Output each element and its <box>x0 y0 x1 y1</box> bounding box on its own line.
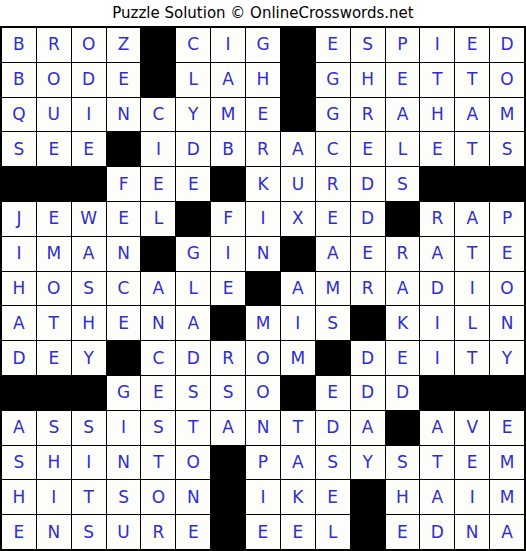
grid-cell-r12c5: S <box>141 411 175 445</box>
grid-cell-r1c3: O <box>72 28 106 62</box>
grid-cell-r1c8: G <box>246 28 280 62</box>
grid-cell-r2c4: E <box>107 63 141 97</box>
grid-cell-r7c4: N <box>107 237 141 271</box>
black-cell-r7c5 <box>141 237 175 271</box>
grid-cell-r8c11: R <box>351 272 385 306</box>
grid-cell-r9c4: E <box>107 306 141 340</box>
grid-cell-r8c10: M <box>316 272 350 306</box>
grid-cell-r10c12: E <box>386 341 420 375</box>
grid-cell-r10c13: I <box>420 341 454 375</box>
grid-cell-r4c14: T <box>455 132 489 166</box>
puzzle-solution-page: Puzzle Solution © OnlineCrosswords.net B… <box>0 0 526 551</box>
grid-cell-r3c3: I <box>72 98 106 132</box>
black-cell-r2c5 <box>141 63 175 97</box>
grid-cell-r9c15: N <box>490 306 524 340</box>
grid-cell-r12c10: D <box>316 411 350 445</box>
grid-cell-r3c10: G <box>316 98 350 132</box>
page-title: Puzzle Solution © OnlineCrosswords.net <box>0 0 526 26</box>
grid-cell-r14c6: N <box>176 480 210 514</box>
black-cell-r11c3 <box>72 376 106 410</box>
grid-cell-r4c8: R <box>246 132 280 166</box>
grid-cell-r9c5: N <box>141 306 175 340</box>
grid-cell-r12c14: V <box>455 411 489 445</box>
black-cell-r6c12 <box>386 202 420 236</box>
grid-cell-r4c3: E <box>72 132 106 166</box>
grid-cell-r6c2: E <box>37 202 71 236</box>
grid-cell-r11c11: D <box>351 376 385 410</box>
grid-cell-r7c7: I <box>211 237 245 271</box>
grid-cell-r12c15: E <box>490 411 524 445</box>
grid-cell-r9c6: A <box>176 306 210 340</box>
grid-cell-r2c12: E <box>386 63 420 97</box>
grid-cell-r15c15: A <box>490 515 524 549</box>
grid-cell-r11c12: D <box>386 376 420 410</box>
grid-cell-r7c1: I <box>2 237 36 271</box>
grid-cell-r10c15: Y <box>490 341 524 375</box>
grid-cell-r2c8: H <box>246 63 280 97</box>
grid-cell-r10c7: R <box>211 341 245 375</box>
grid-cell-r13c1: S <box>2 446 36 480</box>
black-cell-r11c13 <box>420 376 454 410</box>
grid-cell-r3c7: M <box>211 98 245 132</box>
grid-cell-r10c11: D <box>351 341 385 375</box>
grid-cell-r6c8: I <box>246 202 280 236</box>
grid-cell-r7c13: A <box>420 237 454 271</box>
grid-cell-r12c3: S <box>72 411 106 445</box>
grid-cell-r8c13: D <box>420 272 454 306</box>
grid-cell-r1c2: R <box>37 28 71 62</box>
grid-cell-r8c1: H <box>2 272 36 306</box>
grid-cell-r14c14: I <box>455 480 489 514</box>
grid-cell-r11c5: E <box>141 376 175 410</box>
grid-cell-r5c10: R <box>316 167 350 201</box>
black-cell-r7c9 <box>281 237 315 271</box>
grid-cell-r14c15: M <box>490 480 524 514</box>
grid-cell-r5c8: K <box>246 167 280 201</box>
grid-cell-r7c8: N <box>246 237 280 271</box>
black-cell-r3c9 <box>281 98 315 132</box>
black-cell-r10c4 <box>107 341 141 375</box>
grid-cell-r2c1: B <box>2 63 36 97</box>
grid-cell-r1c7: I <box>211 28 245 62</box>
grid-cell-r3c8: E <box>246 98 280 132</box>
grid-cell-r4c12: L <box>386 132 420 166</box>
grid-cell-r2c3: D <box>72 63 106 97</box>
grid-cell-r6c15: P <box>490 202 524 236</box>
grid-cell-r4c6: D <box>176 132 210 166</box>
grid-cell-r1c4: Z <box>107 28 141 62</box>
grid-cell-r8c5: A <box>141 272 175 306</box>
grid-cell-r7c10: A <box>316 237 350 271</box>
grid-cell-r13c5: T <box>141 446 175 480</box>
grid-cell-r8c12: A <box>386 272 420 306</box>
grid-cell-r14c2: I <box>37 480 71 514</box>
grid-cell-r3c13: H <box>420 98 454 132</box>
grid-cell-r13c9: A <box>281 446 315 480</box>
grid-cell-r8c4: C <box>107 272 141 306</box>
grid-cell-r8c6: L <box>176 272 210 306</box>
grid-cell-r9c9: I <box>281 306 315 340</box>
grid-cell-r15c3: S <box>72 515 106 549</box>
grid-cell-r1c10: E <box>316 28 350 62</box>
grid-cell-r15c5: R <box>141 515 175 549</box>
grid-cell-r2c2: O <box>37 63 71 97</box>
grid-cell-r15c9: E <box>281 515 315 549</box>
black-cell-r11c9 <box>281 376 315 410</box>
grid-cell-r13c4: N <box>107 446 141 480</box>
grid-cell-r15c1: E <box>2 515 36 549</box>
black-cell-r15c7 <box>211 515 245 549</box>
grid-cell-r11c6: S <box>176 376 210 410</box>
grid-cell-r12c6: T <box>176 411 210 445</box>
grid-cell-r11c10: E <box>316 376 350 410</box>
grid-cell-r13c3: I <box>72 446 106 480</box>
grid-cell-r1c14: E <box>455 28 489 62</box>
grid-cell-r3c12: A <box>386 98 420 132</box>
grid-cell-r15c4: U <box>107 515 141 549</box>
black-cell-r9c11 <box>351 306 385 340</box>
grid-cell-r14c13: A <box>420 480 454 514</box>
grid-cell-r3c4: N <box>107 98 141 132</box>
grid-cell-r1c13: I <box>420 28 454 62</box>
black-cell-r13c7 <box>211 446 245 480</box>
grid-cell-r12c2: S <box>37 411 71 445</box>
grid-cell-r2c6: L <box>176 63 210 97</box>
grid-cell-r11c4: G <box>107 376 141 410</box>
grid-cell-r15c6: E <box>176 515 210 549</box>
grid-cell-r6c11: D <box>351 202 385 236</box>
grid-cell-r7c3: A <box>72 237 106 271</box>
grid-cell-r4c10: C <box>316 132 350 166</box>
grid-cell-r12c9: T <box>281 411 315 445</box>
black-cell-r14c7 <box>211 480 245 514</box>
grid-cell-r4c9: A <box>281 132 315 166</box>
grid-cell-r10c1: D <box>2 341 36 375</box>
grid-cell-r2c13: T <box>420 63 454 97</box>
grid-cell-r1c11: S <box>351 28 385 62</box>
grid-cell-r6c4: E <box>107 202 141 236</box>
grid-cell-r4c11: E <box>351 132 385 166</box>
grid-cell-r14c4: S <box>107 480 141 514</box>
grid-cell-r13c8: P <box>246 446 280 480</box>
grid-cell-r14c5: O <box>141 480 175 514</box>
grid-cell-r1c6: C <box>176 28 210 62</box>
black-cell-r5c13 <box>420 167 454 201</box>
grid-cell-r12c4: I <box>107 411 141 445</box>
grid-cell-r9c8: M <box>246 306 280 340</box>
black-cell-r5c2 <box>37 167 71 201</box>
grid-cell-r12c11: A <box>351 411 385 445</box>
grid-cell-r10c14: T <box>455 341 489 375</box>
grid-cell-r7c12: R <box>386 237 420 271</box>
black-cell-r11c2 <box>37 376 71 410</box>
grid-cell-r12c1: A <box>2 411 36 445</box>
grid-cell-r10c3: Y <box>72 341 106 375</box>
grid-cell-r4c13: E <box>420 132 454 166</box>
black-cell-r11c15 <box>490 376 524 410</box>
grid-cell-r5c12: S <box>386 167 420 201</box>
grid-cell-r7c6: G <box>176 237 210 271</box>
grid-cell-r6c5: L <box>141 202 175 236</box>
black-cell-r9c7 <box>211 306 245 340</box>
grid-cell-r13c14: E <box>455 446 489 480</box>
grid-cell-r5c6: E <box>176 167 210 201</box>
grid-cell-r10c6: D <box>176 341 210 375</box>
grid-cell-r7c14: T <box>455 237 489 271</box>
grid-cell-r6c14: A <box>455 202 489 236</box>
grid-cell-r2c11: H <box>351 63 385 97</box>
grid-cell-r9c1: A <box>2 306 36 340</box>
grid-cell-r13c2: H <box>37 446 71 480</box>
grid-cell-r7c15: E <box>490 237 524 271</box>
black-cell-r14c11 <box>351 480 385 514</box>
grid-cell-r15c14: N <box>455 515 489 549</box>
grid-cell-r4c7: B <box>211 132 245 166</box>
black-cell-r10c10 <box>316 341 350 375</box>
grid-cell-r13c15: M <box>490 446 524 480</box>
grid-cell-r6c3: W <box>72 202 106 236</box>
grid-cell-r6c9: X <box>281 202 315 236</box>
grid-cell-r14c1: H <box>2 480 36 514</box>
grid-cell-r8c2: O <box>37 272 71 306</box>
grid-cell-r15c13: D <box>420 515 454 549</box>
grid-cell-r15c10: L <box>316 515 350 549</box>
grid-cell-r6c7: F <box>211 202 245 236</box>
grid-cell-r14c10: E <box>316 480 350 514</box>
black-cell-r5c7 <box>211 167 245 201</box>
grid-cell-r6c13: R <box>420 202 454 236</box>
grid-cell-r15c8: E <box>246 515 280 549</box>
black-cell-r11c14 <box>455 376 489 410</box>
grid-cell-r5c5: E <box>141 167 175 201</box>
black-cell-r12c12 <box>386 411 420 445</box>
grid-cell-r3c11: R <box>351 98 385 132</box>
grid-cell-r9c12: K <box>386 306 420 340</box>
grid-cell-r8c3: S <box>72 272 106 306</box>
grid-cell-r1c15: D <box>490 28 524 62</box>
grid-cell-r2c10: G <box>316 63 350 97</box>
black-cell-r6c6 <box>176 202 210 236</box>
grid-cell-r11c7: S <box>211 376 245 410</box>
grid-cell-r15c12: E <box>386 515 420 549</box>
grid-cell-r9c10: S <box>316 306 350 340</box>
grid-cell-r11c8: O <box>246 376 280 410</box>
grid-cell-r13c10: S <box>316 446 350 480</box>
black-cell-r5c14 <box>455 167 489 201</box>
grid-cell-r9c2: T <box>37 306 71 340</box>
black-cell-r1c5 <box>141 28 175 62</box>
grid-cell-r5c11: D <box>351 167 385 201</box>
grid-cell-r10c9: M <box>281 341 315 375</box>
grid-cell-r15c2: N <box>37 515 71 549</box>
grid-cell-r2c15: O <box>490 63 524 97</box>
grid-cell-r2c7: A <box>211 63 245 97</box>
black-cell-r1c9 <box>281 28 315 62</box>
grid-cell-r1c12: P <box>386 28 420 62</box>
black-cell-r5c15 <box>490 167 524 201</box>
grid-cell-r3c15: M <box>490 98 524 132</box>
grid-cell-r6c10: E <box>316 202 350 236</box>
grid-cell-r10c2: E <box>37 341 71 375</box>
grid-cell-r10c5: C <box>141 341 175 375</box>
grid-cell-r4c5: I <box>141 132 175 166</box>
black-cell-r8c8 <box>246 272 280 306</box>
grid-cell-r12c13: A <box>420 411 454 445</box>
grid-cell-r8c7: E <box>211 272 245 306</box>
grid-cell-r4c1: S <box>2 132 36 166</box>
black-cell-r5c1 <box>2 167 36 201</box>
grid-cell-r6c1: J <box>2 202 36 236</box>
grid-cell-r10c8: O <box>246 341 280 375</box>
grid-cell-r14c8: I <box>246 480 280 514</box>
grid-cell-r14c12: H <box>386 480 420 514</box>
grid-cell-r12c7: A <box>211 411 245 445</box>
grid-cell-r2c14: T <box>455 63 489 97</box>
grid-cell-r7c11: E <box>351 237 385 271</box>
grid-cell-r3c1: Q <box>2 98 36 132</box>
crossword-grid: BROZCIGESPIEDBODELAHGHETTOQUINCYMEGRAHAM… <box>0 26 526 551</box>
grid-cell-r8c14: I <box>455 272 489 306</box>
grid-cell-r4c15: S <box>490 132 524 166</box>
black-cell-r15c11 <box>351 515 385 549</box>
black-cell-r4c4 <box>107 132 141 166</box>
black-cell-r11c1 <box>2 376 36 410</box>
grid-cell-r3c5: C <box>141 98 175 132</box>
grid-cell-r9c13: I <box>420 306 454 340</box>
grid-cell-r14c9: K <box>281 480 315 514</box>
grid-cell-r5c9: U <box>281 167 315 201</box>
grid-cell-r3c2: U <box>37 98 71 132</box>
grid-cell-r5c4: F <box>107 167 141 201</box>
grid-cell-r4c2: E <box>37 132 71 166</box>
grid-cell-r9c14: L <box>455 306 489 340</box>
grid-cell-r13c11: Y <box>351 446 385 480</box>
grid-cell-r13c6: O <box>176 446 210 480</box>
black-cell-r2c9 <box>281 63 315 97</box>
grid-cell-r8c15: O <box>490 272 524 306</box>
grid-cell-r1c1: B <box>2 28 36 62</box>
grid-cell-r3c6: Y <box>176 98 210 132</box>
grid-cell-r13c13: T <box>420 446 454 480</box>
grid-cell-r7c2: M <box>37 237 71 271</box>
grid-cell-r12c8: N <box>246 411 280 445</box>
grid-cell-r9c3: H <box>72 306 106 340</box>
grid-cell-r3c14: A <box>455 98 489 132</box>
grid-cell-r13c12: S <box>386 446 420 480</box>
black-cell-r5c3 <box>72 167 106 201</box>
grid-cell-r8c9: A <box>281 272 315 306</box>
grid-cell-r14c3: T <box>72 480 106 514</box>
